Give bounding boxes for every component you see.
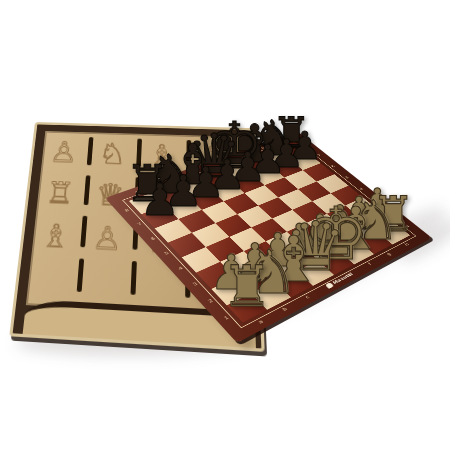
piece-storage-slot: [80, 216, 87, 248]
piece-storage-slot: [87, 137, 94, 165]
engraved-piece-outline: ♖: [44, 177, 75, 208]
coord-label-h: h: [404, 242, 410, 246]
white-rook-a1[interactable]: ♜: [222, 258, 273, 315]
coord-label-5: 5: [163, 251, 169, 256]
black-pawn-a7[interactable]: ♟: [140, 178, 180, 222]
engraved-piece-outline: ♗: [40, 219, 72, 252]
coord-label-b: b: [281, 307, 288, 312]
engraved-piece-outline: ♘: [98, 139, 127, 168]
coord-label-6: 6: [330, 165, 335, 168]
piece-storage-slot: [77, 258, 84, 292]
coord-label-3: 3: [192, 282, 199, 287]
coord-label-5: 5: [344, 176, 349, 179]
coord-label-6: 6: [150, 236, 156, 241]
photo-stage: ♙♘♗♙♖♕♔♙♗♙♘♙ aabbccddeeffgghh88776655443…: [0, 0, 450, 450]
coord-label-a: a: [257, 319, 264, 325]
coord-label-4: 4: [177, 266, 184, 271]
engraved-piece-outline: ♙: [91, 222, 122, 255]
engraved-piece-outline: ♙: [49, 138, 79, 167]
piece-storage-slot: [84, 175, 91, 205]
piece-storage-slot: [130, 261, 136, 295]
